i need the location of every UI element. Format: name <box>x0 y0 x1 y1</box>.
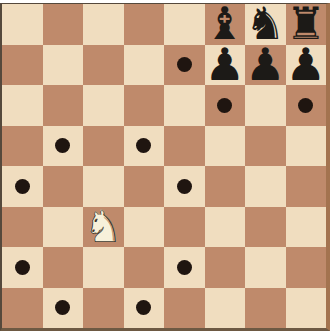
square-e8[interactable] <box>164 4 205 45</box>
move-dot-a4[interactable] <box>15 179 30 194</box>
square-a1[interactable] <box>2 288 43 329</box>
square-g1[interactable] <box>245 288 286 329</box>
square-h2[interactable] <box>286 247 327 288</box>
black-pawn: ♟ <box>245 45 285 85</box>
square-c1[interactable] <box>83 288 124 329</box>
square-e5[interactable] <box>164 126 205 167</box>
square-a2[interactable] <box>2 247 43 288</box>
square-g7[interactable]: ♟ <box>245 45 286 86</box>
square-b8[interactable] <box>43 4 84 45</box>
square-c4[interactable] <box>83 166 124 207</box>
square-d7[interactable] <box>124 45 165 86</box>
square-f6[interactable] <box>205 85 246 126</box>
square-b6[interactable] <box>43 85 84 126</box>
square-d5[interactable] <box>124 126 165 167</box>
move-dot-b1[interactable] <box>55 300 70 315</box>
square-c6[interactable] <box>83 85 124 126</box>
square-e4[interactable] <box>164 166 205 207</box>
black-pawn: ♟ <box>286 45 326 85</box>
square-f3[interactable] <box>205 207 246 248</box>
square-e3[interactable] <box>164 207 205 248</box>
move-dot-e2[interactable] <box>177 260 192 275</box>
square-h4[interactable] <box>286 166 327 207</box>
square-a3[interactable] <box>2 207 43 248</box>
square-b7[interactable] <box>43 45 84 86</box>
square-f8[interactable]: ♝ <box>205 4 246 45</box>
square-c5[interactable] <box>83 126 124 167</box>
square-e6[interactable] <box>164 85 205 126</box>
square-d4[interactable] <box>124 166 165 207</box>
square-h3[interactable] <box>286 207 327 248</box>
square-b4[interactable] <box>43 166 84 207</box>
square-b5[interactable] <box>43 126 84 167</box>
chess-board: ♝♞♜♟♟♟♞♘ <box>0 3 330 331</box>
square-a7[interactable] <box>2 45 43 86</box>
move-dot-d1[interactable] <box>136 300 151 315</box>
square-a4[interactable] <box>2 166 43 207</box>
square-a6[interactable] <box>2 85 43 126</box>
square-d6[interactable] <box>124 85 165 126</box>
square-d2[interactable] <box>124 247 165 288</box>
move-dot-a2[interactable] <box>15 260 30 275</box>
square-g6[interactable] <box>245 85 286 126</box>
square-f2[interactable] <box>205 247 246 288</box>
square-d8[interactable] <box>124 4 165 45</box>
square-d3[interactable] <box>124 207 165 248</box>
white-knight-fill: ♞ <box>83 207 123 247</box>
black-bishop: ♝ <box>205 4 245 44</box>
square-g2[interactable] <box>245 247 286 288</box>
square-c2[interactable] <box>83 247 124 288</box>
move-dot-e4[interactable] <box>177 179 192 194</box>
square-h6[interactable] <box>286 85 327 126</box>
square-h8[interactable]: ♜ <box>286 4 327 45</box>
move-dot-d5[interactable] <box>136 138 151 153</box>
square-g3[interactable] <box>245 207 286 248</box>
square-e7[interactable] <box>164 45 205 86</box>
square-e1[interactable] <box>164 288 205 329</box>
square-b2[interactable] <box>43 247 84 288</box>
move-dot-e7[interactable] <box>177 57 192 72</box>
square-b1[interactable] <box>43 288 84 329</box>
square-c7[interactable] <box>83 45 124 86</box>
white-knight: ♘ <box>83 207 123 247</box>
move-dot-h6[interactable] <box>298 98 313 113</box>
square-h5[interactable] <box>286 126 327 167</box>
square-h7[interactable]: ♟ <box>286 45 327 86</box>
black-pawn: ♟ <box>205 45 245 85</box>
page: { "game": "chess", "description": "Knigh… <box>0 0 330 331</box>
square-f4[interactable] <box>205 166 246 207</box>
black-knight: ♞ <box>245 4 285 44</box>
square-f7[interactable]: ♟ <box>205 45 246 86</box>
square-a8[interactable] <box>2 4 43 45</box>
square-b3[interactable] <box>43 207 84 248</box>
move-dot-b5[interactable] <box>55 138 70 153</box>
black-rook: ♜ <box>286 4 326 44</box>
square-f1[interactable] <box>205 288 246 329</box>
square-g5[interactable] <box>245 126 286 167</box>
move-dot-f6[interactable] <box>217 98 232 113</box>
square-d1[interactable] <box>124 288 165 329</box>
square-g8[interactable]: ♞ <box>245 4 286 45</box>
square-c3[interactable]: ♞♘ <box>83 207 124 248</box>
square-a5[interactable] <box>2 126 43 167</box>
square-f5[interactable] <box>205 126 246 167</box>
square-c8[interactable] <box>83 4 124 45</box>
square-g4[interactable] <box>245 166 286 207</box>
square-h1[interactable] <box>286 288 327 329</box>
square-e2[interactable] <box>164 247 205 288</box>
